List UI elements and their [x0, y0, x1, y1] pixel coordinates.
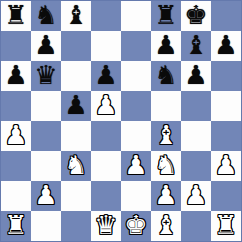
- square-b8[interactable]: ♞: [31, 1, 61, 31]
- piece-black-bishop: ♝: [64, 2, 87, 28]
- square-c2[interactable]: [61, 181, 91, 211]
- square-d3[interactable]: [91, 151, 121, 181]
- square-a3[interactable]: [1, 151, 31, 181]
- piece-white-rook: ♜: [214, 212, 237, 238]
- square-h1[interactable]: ♜: [211, 211, 241, 241]
- square-a6[interactable]: ♟: [1, 61, 31, 91]
- square-e8[interactable]: [121, 1, 151, 31]
- square-e7[interactable]: [121, 31, 151, 61]
- square-e2[interactable]: [121, 181, 151, 211]
- square-a7[interactable]: [1, 31, 31, 61]
- square-b1[interactable]: [31, 211, 61, 241]
- piece-white-pawn: ♟: [124, 152, 147, 178]
- square-c4[interactable]: [61, 121, 91, 151]
- square-a1[interactable]: ♜: [1, 211, 31, 241]
- piece-black-bishop: ♝: [184, 32, 207, 58]
- square-e1[interactable]: ♚: [121, 211, 151, 241]
- square-h4[interactable]: [211, 121, 241, 151]
- piece-white-bishop: ♝: [154, 212, 177, 238]
- square-d8[interactable]: [91, 1, 121, 31]
- square-c7[interactable]: [61, 31, 91, 61]
- square-c6[interactable]: [61, 61, 91, 91]
- piece-black-rook: ♜: [4, 2, 27, 28]
- square-g2[interactable]: ♟: [181, 181, 211, 211]
- piece-black-pawn: ♟: [184, 62, 207, 88]
- square-a5[interactable]: [1, 91, 31, 121]
- square-b4[interactable]: [31, 121, 61, 151]
- square-f4[interactable]: ♝: [151, 121, 181, 151]
- piece-white-pawn: ♟: [154, 182, 177, 208]
- square-g3[interactable]: [181, 151, 211, 181]
- square-c5[interactable]: ♟: [61, 91, 91, 121]
- piece-white-knight: ♞: [154, 152, 177, 178]
- square-g7[interactable]: ♝: [181, 31, 211, 61]
- piece-black-rook: ♜: [154, 2, 177, 28]
- square-b2[interactable]: ♟: [31, 181, 61, 211]
- square-d6[interactable]: ♟: [91, 61, 121, 91]
- square-f3[interactable]: ♞: [151, 151, 181, 181]
- square-h2[interactable]: [211, 181, 241, 211]
- square-f6[interactable]: ♞: [151, 61, 181, 91]
- piece-black-pawn: ♟: [94, 62, 117, 88]
- piece-black-queen: ♛: [34, 62, 57, 88]
- square-b5[interactable]: [31, 91, 61, 121]
- square-g4[interactable]: [181, 121, 211, 151]
- piece-black-pawn: ♟: [34, 32, 57, 58]
- square-a8[interactable]: ♜: [1, 1, 31, 31]
- piece-black-pawn: ♟: [64, 92, 87, 118]
- square-b3[interactable]: [31, 151, 61, 181]
- square-a4[interactable]: ♟: [1, 121, 31, 151]
- square-b7[interactable]: ♟: [31, 31, 61, 61]
- square-g6[interactable]: ♟: [181, 61, 211, 91]
- square-b6[interactable]: ♛: [31, 61, 61, 91]
- square-e4[interactable]: [121, 121, 151, 151]
- square-g1[interactable]: [181, 211, 211, 241]
- square-d4[interactable]: [91, 121, 121, 151]
- piece-white-knight: ♞: [64, 152, 87, 178]
- piece-white-pawn: ♟: [184, 182, 207, 208]
- square-h7[interactable]: ♟: [211, 31, 241, 61]
- square-c3[interactable]: ♞: [61, 151, 91, 181]
- piece-white-pawn: ♟: [4, 122, 27, 148]
- piece-black-king: ♚: [184, 2, 207, 28]
- square-d2[interactable]: [91, 181, 121, 211]
- square-e5[interactable]: [121, 91, 151, 121]
- square-h8[interactable]: [211, 1, 241, 31]
- piece-black-knight: ♞: [34, 2, 57, 28]
- square-g5[interactable]: [181, 91, 211, 121]
- piece-white-pawn: ♟: [214, 152, 237, 178]
- piece-black-pawn: ♟: [214, 32, 237, 58]
- square-d1[interactable]: ♛: [91, 211, 121, 241]
- piece-white-rook: ♜: [4, 212, 27, 238]
- piece-black-pawn: ♟: [154, 32, 177, 58]
- piece-white-queen: ♛: [94, 212, 117, 238]
- square-h6[interactable]: [211, 61, 241, 91]
- square-e6[interactable]: [121, 61, 151, 91]
- square-d5[interactable]: ♟: [91, 91, 121, 121]
- square-f7[interactable]: ♟: [151, 31, 181, 61]
- square-e3[interactable]: ♟: [121, 151, 151, 181]
- piece-white-pawn: ♟: [94, 92, 117, 118]
- square-h5[interactable]: [211, 91, 241, 121]
- square-c8[interactable]: ♝: [61, 1, 91, 31]
- square-c1[interactable]: [61, 211, 91, 241]
- square-d7[interactable]: [91, 31, 121, 61]
- piece-white-pawn: ♟: [34, 182, 57, 208]
- square-g8[interactable]: ♚: [181, 1, 211, 31]
- piece-white-king: ♚: [124, 212, 147, 238]
- piece-black-knight: ♞: [154, 62, 177, 88]
- piece-white-bishop: ♝: [154, 122, 177, 148]
- square-a2[interactable]: [1, 181, 31, 211]
- square-f1[interactable]: ♝: [151, 211, 181, 241]
- square-f2[interactable]: ♟: [151, 181, 181, 211]
- chess-board: ♜♞♝♜♚♟♟♝♟♟♛♟♞♟♟♟♟♝♞♟♞♟♟♟♟♜♛♚♝♜: [0, 0, 242, 242]
- piece-black-pawn: ♟: [4, 62, 27, 88]
- square-f8[interactable]: ♜: [151, 1, 181, 31]
- square-f5[interactable]: [151, 91, 181, 121]
- square-h3[interactable]: ♟: [211, 151, 241, 181]
